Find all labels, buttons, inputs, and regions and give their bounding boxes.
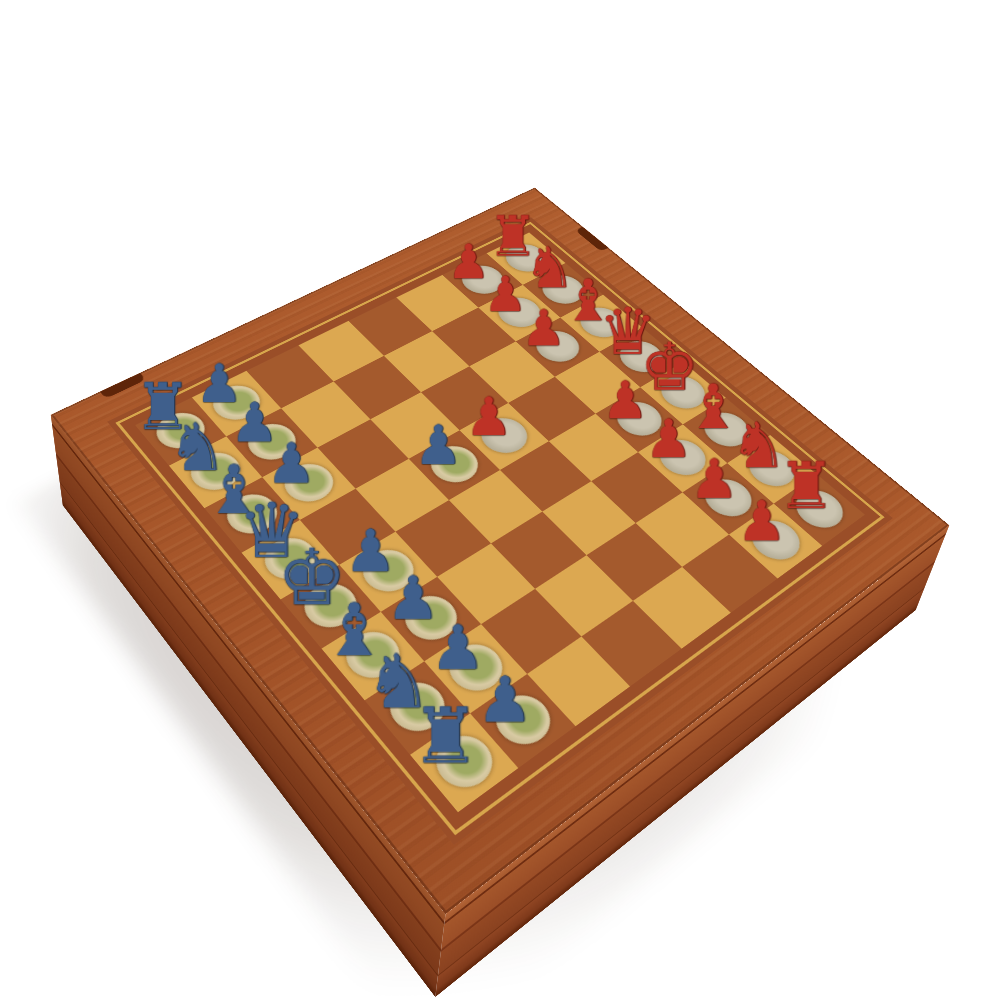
piece-glyph: ♟ <box>728 494 795 550</box>
camera-view: ♜♞♝♛♚♝♞♜♟♟♟♟♟♟♟♟♟♟♟♟♟♟♟♟♜♞♝♛♚♝♞♜ <box>0 0 1000 1000</box>
piece-glyph: ♟ <box>406 419 471 473</box>
piece-glyph: ♜ <box>406 698 484 775</box>
chess-box: ♜♞♝♛♚♝♞♜♟♟♟♟♟♟♟♟♟♟♟♟♟♟♟♟♜♞♝♛♚♝♞♜ <box>51 188 949 914</box>
scene: ♜♞♝♛♚♝♞♜♟♟♟♟♟♟♟♟♟♟♟♟♟♟♟♟♜♞♝♛♚♝♞♜ <box>0 0 1000 1000</box>
